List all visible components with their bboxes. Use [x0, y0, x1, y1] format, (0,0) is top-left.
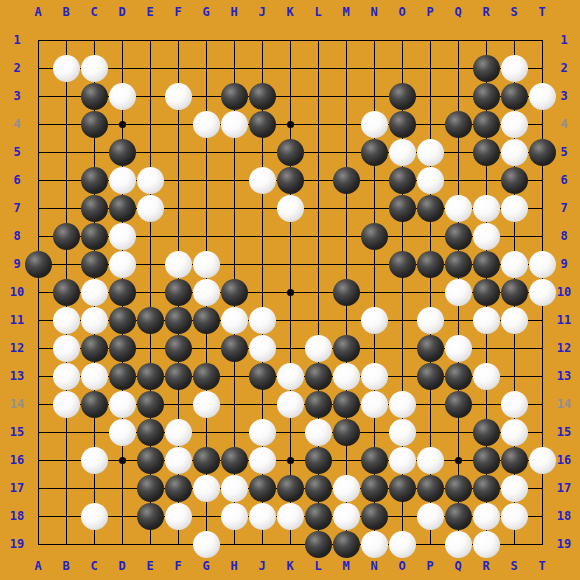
stone-white-S4: [501, 111, 528, 138]
stone-black-D7: [109, 195, 136, 222]
stone-black-B8: [53, 223, 80, 250]
stone-black-C14: [81, 391, 108, 418]
stone-white-G10: [193, 279, 220, 306]
col-label-top-M: M: [336, 5, 356, 19]
row-label-right-8: 8: [547, 229, 580, 243]
stone-white-O15: [389, 419, 416, 446]
stone-white-S18: [501, 503, 528, 530]
stone-black-R3: [473, 83, 500, 110]
stone-white-T16: [529, 447, 556, 474]
stone-black-P7: [417, 195, 444, 222]
stone-white-H4: [221, 111, 248, 138]
stone-black-A9: [25, 251, 52, 278]
stone-black-L18: [305, 503, 332, 530]
hoshi-point-Q16: [455, 457, 462, 464]
stone-white-S14: [501, 391, 528, 418]
col-label-bottom-C: C: [84, 559, 104, 573]
stone-black-N8: [361, 223, 388, 250]
stone-white-C10: [81, 279, 108, 306]
stone-white-K13: [277, 363, 304, 390]
stone-black-L17: [305, 475, 332, 502]
stone-black-N17: [361, 475, 388, 502]
stone-black-M12: [333, 335, 360, 362]
stone-black-L13: [305, 363, 332, 390]
stone-white-Q10: [445, 279, 472, 306]
stone-black-K5: [277, 139, 304, 166]
row-label-right-12: 12: [547, 341, 580, 355]
stone-black-O3: [389, 83, 416, 110]
stone-black-D11: [109, 307, 136, 334]
stone-white-G9: [193, 251, 220, 278]
row-label-left-17: 17: [0, 481, 34, 495]
stone-black-N16: [361, 447, 388, 474]
stone-white-P5: [417, 139, 444, 166]
stone-black-Q14: [445, 391, 472, 418]
stone-white-J11: [249, 307, 276, 334]
stone-black-C6: [81, 167, 108, 194]
stone-black-J4: [249, 111, 276, 138]
col-label-bottom-H: H: [224, 559, 244, 573]
stone-black-F13: [165, 363, 192, 390]
row-label-right-13: 13: [547, 369, 580, 383]
stone-white-C16: [81, 447, 108, 474]
stone-white-R19: [473, 531, 500, 558]
stone-white-S11: [501, 307, 528, 334]
stone-black-O17: [389, 475, 416, 502]
row-label-left-1: 1: [0, 33, 34, 47]
stone-white-D3: [109, 83, 136, 110]
stone-black-R5: [473, 139, 500, 166]
stone-black-C7: [81, 195, 108, 222]
stone-black-G16: [193, 447, 220, 474]
stone-black-Q8: [445, 223, 472, 250]
stone-black-E18: [137, 503, 164, 530]
stone-white-N14: [361, 391, 388, 418]
col-label-top-Q: Q: [448, 5, 468, 19]
stone-black-K6: [277, 167, 304, 194]
stone-black-T5: [529, 139, 556, 166]
stone-black-M10: [333, 279, 360, 306]
stone-black-S16: [501, 447, 528, 474]
row-label-right-17: 17: [547, 481, 580, 495]
row-label-right-4: 4: [547, 117, 580, 131]
stone-white-E6: [137, 167, 164, 194]
go-board[interactable]: AABBCCDDEEFFGGHHJJKKLLMMNNOOPPQQRRSSTT11…: [0, 0, 580, 580]
stone-white-O16: [389, 447, 416, 474]
stone-black-E11: [137, 307, 164, 334]
stone-white-G17: [193, 475, 220, 502]
row-label-left-7: 7: [0, 201, 34, 215]
row-label-left-8: 8: [0, 229, 34, 243]
stone-black-O9: [389, 251, 416, 278]
row-label-left-18: 18: [0, 509, 34, 523]
stone-black-B10: [53, 279, 80, 306]
row-label-right-18: 18: [547, 509, 580, 523]
col-label-top-R: R: [476, 5, 496, 19]
stone-white-P6: [417, 167, 444, 194]
row-label-right-14: 14: [547, 397, 580, 411]
stone-white-N13: [361, 363, 388, 390]
stone-black-R2: [473, 55, 500, 82]
stone-black-D5: [109, 139, 136, 166]
col-label-top-T: T: [532, 5, 552, 19]
stone-white-G4: [193, 111, 220, 138]
row-label-left-15: 15: [0, 425, 34, 439]
stone-white-L12: [305, 335, 332, 362]
row-label-right-1: 1: [547, 33, 580, 47]
stone-white-J18: [249, 503, 276, 530]
col-label-bottom-M: M: [336, 559, 356, 573]
stone-black-Q13: [445, 363, 472, 390]
row-label-left-11: 11: [0, 313, 34, 327]
stone-white-D14: [109, 391, 136, 418]
stone-white-R7: [473, 195, 500, 222]
col-label-top-O: O: [392, 5, 412, 19]
col-label-bottom-R: R: [476, 559, 496, 573]
stone-black-S3: [501, 83, 528, 110]
col-label-bottom-Q: Q: [448, 559, 468, 573]
stone-black-M14: [333, 391, 360, 418]
row-label-left-16: 16: [0, 453, 34, 467]
col-label-bottom-B: B: [56, 559, 76, 573]
stone-black-S10: [501, 279, 528, 306]
stone-black-O6: [389, 167, 416, 194]
col-label-top-K: K: [280, 5, 300, 19]
col-label-top-P: P: [420, 5, 440, 19]
stone-white-Q19: [445, 531, 472, 558]
stone-white-B14: [53, 391, 80, 418]
stone-white-B11: [53, 307, 80, 334]
col-label-top-G: G: [196, 5, 216, 19]
stone-black-E15: [137, 419, 164, 446]
stone-black-L16: [305, 447, 332, 474]
stone-black-D13: [109, 363, 136, 390]
hoshi-point-K4: [287, 121, 294, 128]
col-label-bottom-N: N: [364, 559, 384, 573]
stone-black-L19: [305, 531, 332, 558]
stone-black-D12: [109, 335, 136, 362]
row-label-left-10: 10: [0, 285, 34, 299]
stone-white-K7: [277, 195, 304, 222]
stone-black-F17: [165, 475, 192, 502]
col-label-bottom-A: A: [28, 559, 48, 573]
row-label-right-15: 15: [547, 425, 580, 439]
row-label-right-11: 11: [547, 313, 580, 327]
stone-black-K17: [277, 475, 304, 502]
stone-black-E13: [137, 363, 164, 390]
stone-black-P9: [417, 251, 444, 278]
stone-black-P12: [417, 335, 444, 362]
stone-white-R11: [473, 307, 500, 334]
stone-white-B13: [53, 363, 80, 390]
stone-white-S2: [501, 55, 528, 82]
stone-white-P18: [417, 503, 444, 530]
stone-white-C18: [81, 503, 108, 530]
row-label-left-5: 5: [0, 145, 34, 159]
stone-white-F15: [165, 419, 192, 446]
stone-black-D10: [109, 279, 136, 306]
stone-white-Q7: [445, 195, 472, 222]
stone-black-Q4: [445, 111, 472, 138]
stone-white-R13: [473, 363, 500, 390]
stone-black-F12: [165, 335, 192, 362]
stone-black-Q9: [445, 251, 472, 278]
col-label-bottom-O: O: [392, 559, 412, 573]
stone-black-N18: [361, 503, 388, 530]
stone-white-R8: [473, 223, 500, 250]
stone-black-L14: [305, 391, 332, 418]
stone-white-M13: [333, 363, 360, 390]
stone-white-G14: [193, 391, 220, 418]
stone-black-R10: [473, 279, 500, 306]
stone-black-E16: [137, 447, 164, 474]
stone-black-R15: [473, 419, 500, 446]
col-label-top-C: C: [84, 5, 104, 19]
stone-black-H12: [221, 335, 248, 362]
row-label-left-19: 19: [0, 537, 34, 551]
stone-white-S7: [501, 195, 528, 222]
stone-black-Q18: [445, 503, 472, 530]
stone-black-H10: [221, 279, 248, 306]
stone-white-S17: [501, 475, 528, 502]
col-label-top-E: E: [140, 5, 160, 19]
stone-black-M15: [333, 419, 360, 446]
stone-black-C4: [81, 111, 108, 138]
stone-black-C12: [81, 335, 108, 362]
stone-black-C9: [81, 251, 108, 278]
row-label-right-6: 6: [547, 173, 580, 187]
stone-white-C2: [81, 55, 108, 82]
stone-black-F11: [165, 307, 192, 334]
hoshi-point-D16: [119, 457, 126, 464]
col-label-top-B: B: [56, 5, 76, 19]
col-label-bottom-G: G: [196, 559, 216, 573]
row-label-right-2: 2: [547, 61, 580, 75]
stone-white-J15: [249, 419, 276, 446]
col-label-bottom-K: K: [280, 559, 300, 573]
stone-black-G11: [193, 307, 220, 334]
row-label-left-3: 3: [0, 89, 34, 103]
stone-white-P16: [417, 447, 444, 474]
stone-white-D6: [109, 167, 136, 194]
stone-black-N5: [361, 139, 388, 166]
stone-white-C11: [81, 307, 108, 334]
stone-black-E17: [137, 475, 164, 502]
stone-white-T3: [529, 83, 556, 110]
col-label-bottom-E: E: [140, 559, 160, 573]
stone-black-P13: [417, 363, 444, 390]
stone-black-O4: [389, 111, 416, 138]
stone-white-O19: [389, 531, 416, 558]
stone-white-D15: [109, 419, 136, 446]
stone-black-C8: [81, 223, 108, 250]
col-label-top-L: L: [308, 5, 328, 19]
col-label-bottom-J: J: [252, 559, 272, 573]
row-label-left-2: 2: [0, 61, 34, 75]
col-label-top-S: S: [504, 5, 524, 19]
col-label-bottom-S: S: [504, 559, 524, 573]
stone-white-S15: [501, 419, 528, 446]
stone-white-E7: [137, 195, 164, 222]
stone-white-T10: [529, 279, 556, 306]
col-label-top-J: J: [252, 5, 272, 19]
stone-black-J17: [249, 475, 276, 502]
hoshi-point-D4: [119, 121, 126, 128]
stone-black-R17: [473, 475, 500, 502]
stone-white-N11: [361, 307, 388, 334]
stone-white-H17: [221, 475, 248, 502]
stone-black-S6: [501, 167, 528, 194]
stone-white-G19: [193, 531, 220, 558]
hoshi-point-K10: [287, 289, 294, 296]
stone-white-P11: [417, 307, 444, 334]
col-label-top-N: N: [364, 5, 384, 19]
row-label-left-13: 13: [0, 369, 34, 383]
col-label-bottom-T: T: [532, 559, 552, 573]
stone-white-K18: [277, 503, 304, 530]
stone-white-R18: [473, 503, 500, 530]
row-label-left-14: 14: [0, 397, 34, 411]
hoshi-point-K16: [287, 457, 294, 464]
stone-white-F16: [165, 447, 192, 474]
col-label-top-H: H: [224, 5, 244, 19]
stone-white-J6: [249, 167, 276, 194]
stone-black-E14: [137, 391, 164, 418]
stone-black-O7: [389, 195, 416, 222]
row-label-left-12: 12: [0, 341, 34, 355]
col-label-bottom-L: L: [308, 559, 328, 573]
row-label-right-7: 7: [547, 201, 580, 215]
stone-white-F3: [165, 83, 192, 110]
stone-white-C13: [81, 363, 108, 390]
stone-white-H11: [221, 307, 248, 334]
stone-white-M18: [333, 503, 360, 530]
col-label-bottom-F: F: [168, 559, 188, 573]
stone-black-F10: [165, 279, 192, 306]
stone-black-H16: [221, 447, 248, 474]
stone-white-O5: [389, 139, 416, 166]
stone-white-N19: [361, 531, 388, 558]
stone-white-H18: [221, 503, 248, 530]
stone-white-O14: [389, 391, 416, 418]
stone-white-J12: [249, 335, 276, 362]
col-label-bottom-D: D: [112, 559, 132, 573]
stone-white-S9: [501, 251, 528, 278]
stone-white-T9: [529, 251, 556, 278]
col-label-bottom-P: P: [420, 559, 440, 573]
stone-white-Q12: [445, 335, 472, 362]
row-label-left-6: 6: [0, 173, 34, 187]
stone-black-R16: [473, 447, 500, 474]
stone-white-F9: [165, 251, 192, 278]
stone-black-H3: [221, 83, 248, 110]
stone-white-M17: [333, 475, 360, 502]
row-label-left-4: 4: [0, 117, 34, 131]
stone-white-D9: [109, 251, 136, 278]
stone-white-S5: [501, 139, 528, 166]
col-label-top-A: A: [28, 5, 48, 19]
stone-black-J3: [249, 83, 276, 110]
stone-black-R4: [473, 111, 500, 138]
stone-white-F18: [165, 503, 192, 530]
stone-black-G13: [193, 363, 220, 390]
stone-black-Q17: [445, 475, 472, 502]
stone-white-D8: [109, 223, 136, 250]
stone-black-P17: [417, 475, 444, 502]
stone-white-L15: [305, 419, 332, 446]
row-label-right-19: 19: [547, 537, 580, 551]
stone-white-J16: [249, 447, 276, 474]
stone-black-J13: [249, 363, 276, 390]
stone-black-R9: [473, 251, 500, 278]
stone-white-B2: [53, 55, 80, 82]
col-label-top-D: D: [112, 5, 132, 19]
stone-black-M19: [333, 531, 360, 558]
col-label-top-F: F: [168, 5, 188, 19]
stone-white-N4: [361, 111, 388, 138]
stone-black-M6: [333, 167, 360, 194]
stone-white-K14: [277, 391, 304, 418]
stone-white-B12: [53, 335, 80, 362]
stone-black-C3: [81, 83, 108, 110]
